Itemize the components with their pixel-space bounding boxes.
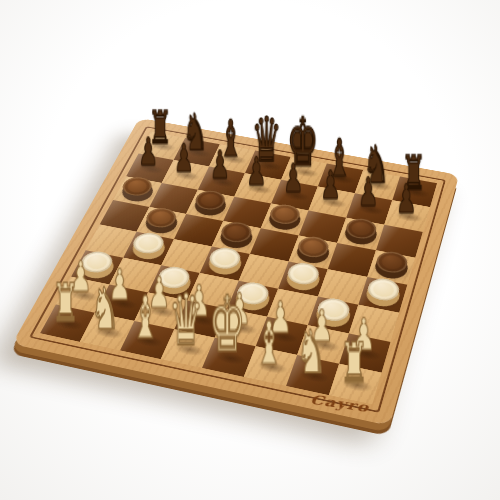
chess-checkers-board: Cayro ♜♞♝♛♚♝♞♜♟♟♟♟♟♟♟♟♟♟♟♟♟♟♟♟♜♞♝♛♚♝♞♜ <box>12 118 459 426</box>
checker-dark-c6 <box>192 194 228 217</box>
checker-dark-e6 <box>267 207 303 231</box>
checker-light-b4 <box>130 236 168 261</box>
checker-dark-a6 <box>119 180 155 203</box>
checker-dark-g6 <box>343 222 378 247</box>
checker-light-g3 <box>314 301 352 329</box>
checker-dark-h5 <box>373 255 409 281</box>
product-photo-chess-checkers-set: Cayro ♜♞♝♛♚♝♞♜♟♟♟♟♟♟♟♟♟♟♟♟♟♟♟♟♜♞♝♛♚♝♞♜ <box>0 0 500 500</box>
checker-light-c3 <box>155 270 194 296</box>
checker-light-f4 <box>284 266 321 292</box>
checker-dark-b5 <box>143 211 180 235</box>
checker-light-e3 <box>234 285 272 312</box>
checker-light-h4 <box>365 281 402 308</box>
checker-dark-d5 <box>218 225 255 250</box>
checker-light-d4 <box>206 251 244 277</box>
square-h3 <box>349 305 399 342</box>
checker-light-a3 <box>78 254 117 280</box>
checker-dark-f5 <box>295 240 331 265</box>
